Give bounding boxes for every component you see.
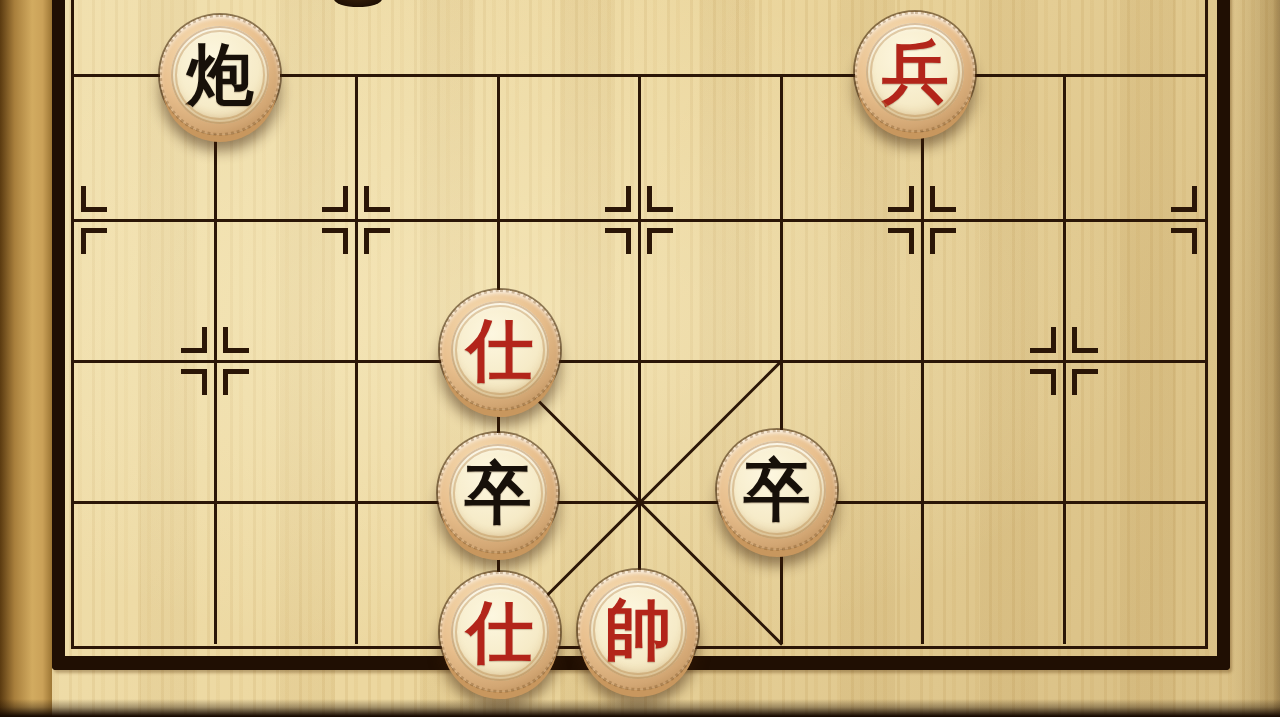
piece-black-cannon[interactable]: 炮 xyxy=(160,15,280,135)
point-marker-corner xyxy=(888,186,914,212)
piece-face: 卒 xyxy=(728,441,826,539)
piece-face: 仕 xyxy=(451,301,549,399)
point-marker-corner xyxy=(364,228,390,254)
point-marker-corner xyxy=(322,228,348,254)
piece-black-soldier-2[interactable]: 卒 xyxy=(717,430,837,550)
xiangqi-board[interactable]: 炮兵仕卒卒仕帥 xyxy=(0,0,1280,717)
piece-face: 卒 xyxy=(449,444,547,542)
piece-glyph: 卒 xyxy=(744,456,811,523)
point-marker-corner xyxy=(364,186,390,212)
point-marker-corner xyxy=(1171,186,1197,212)
piece-face: 兵 xyxy=(866,23,964,121)
grid-line-file-8 xyxy=(1063,75,1066,644)
point-marker-corner xyxy=(930,228,956,254)
piece-glyph: 仕 xyxy=(467,316,534,383)
point-marker-corner xyxy=(605,186,631,212)
point-marker-corner xyxy=(81,228,107,254)
piece-red-advisor-1[interactable]: 仕 xyxy=(440,290,560,410)
piece-face: 炮 xyxy=(171,26,269,124)
piece-glyph: 帥 xyxy=(605,596,672,663)
screen-edge-shadow xyxy=(0,699,1280,717)
point-marker-corner xyxy=(81,186,107,212)
point-marker-corner xyxy=(930,186,956,212)
point-marker-corner xyxy=(181,327,207,353)
board-left-side-edge xyxy=(0,0,52,717)
point-marker-corner xyxy=(1072,327,1098,353)
point-marker-corner xyxy=(605,228,631,254)
grid-line-file-7 xyxy=(921,75,924,644)
point-marker-corner xyxy=(322,186,348,212)
point-marker-corner xyxy=(647,228,673,254)
point-marker-corner xyxy=(647,186,673,212)
piece-red-advisor-2[interactable]: 仕 xyxy=(440,572,560,692)
point-marker-corner xyxy=(223,327,249,353)
point-marker-corner xyxy=(181,369,207,395)
point-marker-corner xyxy=(1030,327,1056,353)
piece-glyph: 卒 xyxy=(465,459,532,526)
grid-line-file-2 xyxy=(214,75,217,644)
board-right-margin-shading xyxy=(1230,0,1280,717)
piece-glyph: 仕 xyxy=(467,598,534,665)
point-marker-corner xyxy=(1171,228,1197,254)
piece-glyph: 炮 xyxy=(187,41,254,108)
piece-glyph: 兵 xyxy=(882,38,949,105)
grid-line-file-3 xyxy=(355,75,358,644)
point-marker-corner xyxy=(1072,369,1098,395)
piece-face: 仕 xyxy=(451,583,549,681)
piece-black-soldier-1[interactable]: 卒 xyxy=(438,433,558,553)
point-marker-corner xyxy=(888,228,914,254)
piece-face: 帥 xyxy=(589,581,687,679)
grid-line-file-5 xyxy=(638,75,641,644)
point-marker-corner xyxy=(1030,369,1056,395)
point-marker-corner xyxy=(223,369,249,395)
piece-red-general[interactable]: 帥 xyxy=(578,570,698,690)
piece-red-soldier[interactable]: 兵 xyxy=(855,12,975,132)
